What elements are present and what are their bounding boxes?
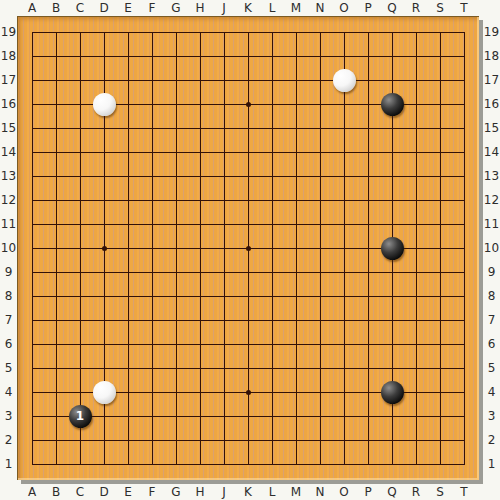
intersection-R19[interactable] — [404, 20, 428, 44]
intersection-R6[interactable] — [404, 332, 428, 356]
intersection-F3[interactable] — [140, 404, 164, 428]
intersection-J12[interactable] — [212, 188, 236, 212]
intersection-H3[interactable] — [188, 404, 212, 428]
intersection-P2[interactable] — [356, 428, 380, 452]
intersection-R14[interactable] — [404, 140, 428, 164]
intersection-N16[interactable] — [308, 92, 332, 116]
intersection-G16[interactable] — [164, 92, 188, 116]
intersection-Q18[interactable] — [380, 44, 404, 68]
intersection-T6[interactable] — [452, 332, 476, 356]
intersection-K6[interactable] — [236, 332, 260, 356]
intersection-K16[interactable] — [236, 92, 260, 116]
intersection-B5[interactable] — [44, 356, 68, 380]
intersection-N15[interactable] — [308, 116, 332, 140]
intersection-C8[interactable] — [68, 284, 92, 308]
intersection-S14[interactable] — [428, 140, 452, 164]
intersection-T7[interactable] — [452, 308, 476, 332]
intersection-L9[interactable] — [260, 260, 284, 284]
intersection-S10[interactable] — [428, 236, 452, 260]
intersection-B17[interactable] — [44, 68, 68, 92]
intersection-J10[interactable] — [212, 236, 236, 260]
intersection-C10[interactable] — [68, 236, 92, 260]
intersection-S15[interactable] — [428, 116, 452, 140]
intersection-E3[interactable] — [116, 404, 140, 428]
intersection-T14[interactable] — [452, 140, 476, 164]
intersection-L12[interactable] — [260, 188, 284, 212]
intersection-J16[interactable] — [212, 92, 236, 116]
intersection-B15[interactable] — [44, 116, 68, 140]
intersection-D1[interactable] — [92, 452, 116, 476]
intersection-S1[interactable] — [428, 452, 452, 476]
intersection-L1[interactable] — [260, 452, 284, 476]
intersection-E1[interactable] — [116, 452, 140, 476]
intersection-A11[interactable] — [20, 212, 44, 236]
intersection-Q10[interactable] — [380, 236, 404, 260]
intersection-N12[interactable] — [308, 188, 332, 212]
intersection-O3[interactable] — [332, 404, 356, 428]
intersection-J18[interactable] — [212, 44, 236, 68]
intersection-B13[interactable] — [44, 164, 68, 188]
intersection-P4[interactable] — [356, 380, 380, 404]
intersection-O12[interactable] — [332, 188, 356, 212]
intersection-R4[interactable] — [404, 380, 428, 404]
intersection-E18[interactable] — [116, 44, 140, 68]
intersection-P10[interactable] — [356, 236, 380, 260]
intersection-K13[interactable] — [236, 164, 260, 188]
intersection-O17[interactable] — [332, 68, 356, 92]
intersection-M5[interactable] — [284, 356, 308, 380]
intersection-M14[interactable] — [284, 140, 308, 164]
intersection-S13[interactable] — [428, 164, 452, 188]
intersection-K2[interactable] — [236, 428, 260, 452]
intersection-A2[interactable] — [20, 428, 44, 452]
intersection-P7[interactable] — [356, 308, 380, 332]
intersection-N4[interactable] — [308, 380, 332, 404]
intersection-O8[interactable] — [332, 284, 356, 308]
intersection-B6[interactable] — [44, 332, 68, 356]
intersection-C14[interactable] — [68, 140, 92, 164]
intersection-D14[interactable] — [92, 140, 116, 164]
intersection-S6[interactable] — [428, 332, 452, 356]
intersection-F4[interactable] — [140, 380, 164, 404]
intersection-B3[interactable] — [44, 404, 68, 428]
intersection-R13[interactable] — [404, 164, 428, 188]
intersection-C4[interactable] — [68, 380, 92, 404]
intersection-A18[interactable] — [20, 44, 44, 68]
intersection-K18[interactable] — [236, 44, 260, 68]
intersection-L6[interactable] — [260, 332, 284, 356]
intersection-F17[interactable] — [140, 68, 164, 92]
intersection-Q5[interactable] — [380, 356, 404, 380]
intersection-N9[interactable] — [308, 260, 332, 284]
intersection-H1[interactable] — [188, 452, 212, 476]
intersection-M7[interactable] — [284, 308, 308, 332]
intersection-N6[interactable] — [308, 332, 332, 356]
intersection-P6[interactable] — [356, 332, 380, 356]
intersection-B4[interactable] — [44, 380, 68, 404]
intersection-K10[interactable] — [236, 236, 260, 260]
intersection-R16[interactable] — [404, 92, 428, 116]
intersection-B1[interactable] — [44, 452, 68, 476]
intersection-K3[interactable] — [236, 404, 260, 428]
intersection-E9[interactable] — [116, 260, 140, 284]
intersection-C16[interactable] — [68, 92, 92, 116]
intersection-O1[interactable] — [332, 452, 356, 476]
intersection-N19[interactable] — [308, 20, 332, 44]
intersection-T10[interactable] — [452, 236, 476, 260]
intersection-K12[interactable] — [236, 188, 260, 212]
intersection-O16[interactable] — [332, 92, 356, 116]
intersection-O15[interactable] — [332, 116, 356, 140]
intersection-O6[interactable] — [332, 332, 356, 356]
intersection-P16[interactable] — [356, 92, 380, 116]
intersection-D12[interactable] — [92, 188, 116, 212]
intersection-G19[interactable] — [164, 20, 188, 44]
intersection-J19[interactable] — [212, 20, 236, 44]
intersection-P12[interactable] — [356, 188, 380, 212]
intersection-C18[interactable] — [68, 44, 92, 68]
intersection-O18[interactable] — [332, 44, 356, 68]
intersection-H19[interactable] — [188, 20, 212, 44]
intersection-T8[interactable] — [452, 284, 476, 308]
intersection-T4[interactable] — [452, 380, 476, 404]
intersection-K19[interactable] — [236, 20, 260, 44]
intersection-G13[interactable] — [164, 164, 188, 188]
intersection-Q6[interactable] — [380, 332, 404, 356]
intersection-B16[interactable] — [44, 92, 68, 116]
intersection-R8[interactable] — [404, 284, 428, 308]
intersection-P19[interactable] — [356, 20, 380, 44]
intersection-F2[interactable] — [140, 428, 164, 452]
intersection-C12[interactable] — [68, 188, 92, 212]
intersection-Q19[interactable] — [380, 20, 404, 44]
intersection-T2[interactable] — [452, 428, 476, 452]
intersection-P18[interactable] — [356, 44, 380, 68]
intersection-Q15[interactable] — [380, 116, 404, 140]
intersection-R5[interactable] — [404, 356, 428, 380]
intersection-K11[interactable] — [236, 212, 260, 236]
intersection-E19[interactable] — [116, 20, 140, 44]
intersection-D15[interactable] — [92, 116, 116, 140]
intersection-C6[interactable] — [68, 332, 92, 356]
intersection-R17[interactable] — [404, 68, 428, 92]
intersection-O7[interactable] — [332, 308, 356, 332]
intersection-G18[interactable] — [164, 44, 188, 68]
intersection-L8[interactable] — [260, 284, 284, 308]
intersection-J14[interactable] — [212, 140, 236, 164]
intersection-Q9[interactable] — [380, 260, 404, 284]
intersection-B8[interactable] — [44, 284, 68, 308]
intersection-L4[interactable] — [260, 380, 284, 404]
intersection-Q1[interactable] — [380, 452, 404, 476]
intersection-H5[interactable] — [188, 356, 212, 380]
intersection-O14[interactable] — [332, 140, 356, 164]
intersection-B10[interactable] — [44, 236, 68, 260]
intersection-K15[interactable] — [236, 116, 260, 140]
intersection-G15[interactable] — [164, 116, 188, 140]
intersection-T11[interactable] — [452, 212, 476, 236]
intersection-F6[interactable] — [140, 332, 164, 356]
intersection-M18[interactable] — [284, 44, 308, 68]
intersection-D2[interactable] — [92, 428, 116, 452]
intersection-S8[interactable] — [428, 284, 452, 308]
intersection-H14[interactable] — [188, 140, 212, 164]
intersection-T1[interactable] — [452, 452, 476, 476]
intersection-M11[interactable] — [284, 212, 308, 236]
intersection-D8[interactable] — [92, 284, 116, 308]
intersection-F13[interactable] — [140, 164, 164, 188]
intersection-C19[interactable] — [68, 20, 92, 44]
intersection-J13[interactable] — [212, 164, 236, 188]
intersection-A19[interactable] — [20, 20, 44, 44]
intersection-F14[interactable] — [140, 140, 164, 164]
intersection-K7[interactable] — [236, 308, 260, 332]
intersection-H2[interactable] — [188, 428, 212, 452]
intersection-Q14[interactable] — [380, 140, 404, 164]
intersection-D17[interactable] — [92, 68, 116, 92]
intersection-F18[interactable] — [140, 44, 164, 68]
intersection-A15[interactable] — [20, 116, 44, 140]
intersection-E8[interactable] — [116, 284, 140, 308]
intersection-L16[interactable] — [260, 92, 284, 116]
intersection-N14[interactable] — [308, 140, 332, 164]
intersection-K5[interactable] — [236, 356, 260, 380]
intersection-Q8[interactable] — [380, 284, 404, 308]
intersection-R7[interactable] — [404, 308, 428, 332]
intersection-K8[interactable] — [236, 284, 260, 308]
intersection-F5[interactable] — [140, 356, 164, 380]
intersection-O5[interactable] — [332, 356, 356, 380]
intersection-M10[interactable] — [284, 236, 308, 260]
intersection-A5[interactable] — [20, 356, 44, 380]
intersection-B12[interactable] — [44, 188, 68, 212]
intersection-G3[interactable] — [164, 404, 188, 428]
intersection-L15[interactable] — [260, 116, 284, 140]
intersection-N10[interactable] — [308, 236, 332, 260]
intersection-C9[interactable] — [68, 260, 92, 284]
intersection-A13[interactable] — [20, 164, 44, 188]
intersection-A6[interactable] — [20, 332, 44, 356]
intersection-L2[interactable] — [260, 428, 284, 452]
intersection-S7[interactable] — [428, 308, 452, 332]
intersection-J4[interactable] — [212, 380, 236, 404]
intersection-O19[interactable] — [332, 20, 356, 44]
intersection-S3[interactable] — [428, 404, 452, 428]
intersection-N5[interactable] — [308, 356, 332, 380]
intersection-Q7[interactable] — [380, 308, 404, 332]
intersection-H16[interactable] — [188, 92, 212, 116]
intersection-B14[interactable] — [44, 140, 68, 164]
intersection-G1[interactable] — [164, 452, 188, 476]
intersection-E2[interactable] — [116, 428, 140, 452]
intersection-Q16[interactable] — [380, 92, 404, 116]
intersection-S12[interactable] — [428, 188, 452, 212]
intersection-K17[interactable] — [236, 68, 260, 92]
intersection-C2[interactable] — [68, 428, 92, 452]
intersection-O11[interactable] — [332, 212, 356, 236]
intersection-E17[interactable] — [116, 68, 140, 92]
intersection-G12[interactable] — [164, 188, 188, 212]
intersection-F12[interactable] — [140, 188, 164, 212]
intersection-M6[interactable] — [284, 332, 308, 356]
intersection-K14[interactable] — [236, 140, 260, 164]
intersection-M17[interactable] — [284, 68, 308, 92]
intersection-L13[interactable] — [260, 164, 284, 188]
intersection-G11[interactable] — [164, 212, 188, 236]
intersection-H15[interactable] — [188, 116, 212, 140]
intersection-C15[interactable] — [68, 116, 92, 140]
intersection-Q3[interactable] — [380, 404, 404, 428]
intersection-L10[interactable] — [260, 236, 284, 260]
intersection-N7[interactable] — [308, 308, 332, 332]
intersection-T13[interactable] — [452, 164, 476, 188]
intersection-A17[interactable] — [20, 68, 44, 92]
intersection-O9[interactable] — [332, 260, 356, 284]
intersection-P8[interactable] — [356, 284, 380, 308]
intersection-F8[interactable] — [140, 284, 164, 308]
intersection-N11[interactable] — [308, 212, 332, 236]
intersection-P14[interactable] — [356, 140, 380, 164]
intersection-Q13[interactable] — [380, 164, 404, 188]
intersection-T16[interactable] — [452, 92, 476, 116]
intersection-H11[interactable] — [188, 212, 212, 236]
intersection-L5[interactable] — [260, 356, 284, 380]
intersection-A10[interactable] — [20, 236, 44, 260]
intersection-K9[interactable] — [236, 260, 260, 284]
intersection-T3[interactable] — [452, 404, 476, 428]
intersection-L18[interactable] — [260, 44, 284, 68]
intersection-R18[interactable] — [404, 44, 428, 68]
intersection-S5[interactable] — [428, 356, 452, 380]
intersection-P5[interactable] — [356, 356, 380, 380]
intersection-S11[interactable] — [428, 212, 452, 236]
intersection-F16[interactable] — [140, 92, 164, 116]
intersection-S9[interactable] — [428, 260, 452, 284]
intersection-S4[interactable] — [428, 380, 452, 404]
intersection-A14[interactable] — [20, 140, 44, 164]
intersection-E12[interactable] — [116, 188, 140, 212]
intersection-T15[interactable] — [452, 116, 476, 140]
intersection-A3[interactable] — [20, 404, 44, 428]
intersection-A12[interactable] — [20, 188, 44, 212]
intersection-Q17[interactable] — [380, 68, 404, 92]
intersection-B9[interactable] — [44, 260, 68, 284]
intersection-D3[interactable] — [92, 404, 116, 428]
intersection-R2[interactable] — [404, 428, 428, 452]
intersection-H18[interactable] — [188, 44, 212, 68]
intersection-P17[interactable] — [356, 68, 380, 92]
intersection-D19[interactable] — [92, 20, 116, 44]
intersection-T9[interactable] — [452, 260, 476, 284]
intersection-M16[interactable] — [284, 92, 308, 116]
intersection-G4[interactable] — [164, 380, 188, 404]
intersection-P9[interactable] — [356, 260, 380, 284]
intersection-S19[interactable] — [428, 20, 452, 44]
intersection-B18[interactable] — [44, 44, 68, 68]
intersection-J7[interactable] — [212, 308, 236, 332]
intersection-L11[interactable] — [260, 212, 284, 236]
intersection-E16[interactable] — [116, 92, 140, 116]
intersection-R15[interactable] — [404, 116, 428, 140]
intersection-M12[interactable] — [284, 188, 308, 212]
intersection-N3[interactable] — [308, 404, 332, 428]
intersection-M1[interactable] — [284, 452, 308, 476]
intersection-E10[interactable] — [116, 236, 140, 260]
intersection-J6[interactable] — [212, 332, 236, 356]
intersection-P3[interactable] — [356, 404, 380, 428]
intersection-R9[interactable] — [404, 260, 428, 284]
intersection-J3[interactable] — [212, 404, 236, 428]
intersection-S17[interactable] — [428, 68, 452, 92]
intersection-J9[interactable] — [212, 260, 236, 284]
intersection-B11[interactable] — [44, 212, 68, 236]
intersection-D5[interactable] — [92, 356, 116, 380]
intersection-C17[interactable] — [68, 68, 92, 92]
intersection-D11[interactable] — [92, 212, 116, 236]
intersection-F11[interactable] — [140, 212, 164, 236]
intersection-Q4[interactable] — [380, 380, 404, 404]
intersection-H12[interactable] — [188, 188, 212, 212]
intersection-D13[interactable] — [92, 164, 116, 188]
intersection-G2[interactable] — [164, 428, 188, 452]
intersection-G9[interactable] — [164, 260, 188, 284]
intersection-E15[interactable] — [116, 116, 140, 140]
intersection-N1[interactable] — [308, 452, 332, 476]
intersection-C3[interactable]: 1 — [68, 404, 92, 428]
intersection-H9[interactable] — [188, 260, 212, 284]
intersection-F1[interactable] — [140, 452, 164, 476]
intersection-D16[interactable] — [92, 92, 116, 116]
intersection-H10[interactable] — [188, 236, 212, 260]
intersection-L7[interactable] — [260, 308, 284, 332]
intersection-E11[interactable] — [116, 212, 140, 236]
intersection-M19[interactable] — [284, 20, 308, 44]
intersection-C11[interactable] — [68, 212, 92, 236]
intersection-G8[interactable] — [164, 284, 188, 308]
intersection-N2[interactable] — [308, 428, 332, 452]
intersection-H4[interactable] — [188, 380, 212, 404]
intersection-A9[interactable] — [20, 260, 44, 284]
intersection-G14[interactable] — [164, 140, 188, 164]
intersection-N18[interactable] — [308, 44, 332, 68]
intersection-P1[interactable] — [356, 452, 380, 476]
intersection-K4[interactable] — [236, 380, 260, 404]
intersection-J5[interactable] — [212, 356, 236, 380]
intersection-A4[interactable] — [20, 380, 44, 404]
intersection-D4[interactable] — [92, 380, 116, 404]
intersection-C5[interactable] — [68, 356, 92, 380]
intersection-A16[interactable] — [20, 92, 44, 116]
intersection-T19[interactable] — [452, 20, 476, 44]
intersection-J15[interactable] — [212, 116, 236, 140]
intersection-S16[interactable] — [428, 92, 452, 116]
intersection-O4[interactable] — [332, 380, 356, 404]
intersection-R11[interactable] — [404, 212, 428, 236]
intersection-M8[interactable] — [284, 284, 308, 308]
intersection-F7[interactable] — [140, 308, 164, 332]
intersection-G5[interactable] — [164, 356, 188, 380]
intersection-F19[interactable] — [140, 20, 164, 44]
intersection-J17[interactable] — [212, 68, 236, 92]
intersection-L17[interactable] — [260, 68, 284, 92]
intersection-L19[interactable] — [260, 20, 284, 44]
intersection-F15[interactable] — [140, 116, 164, 140]
intersection-C13[interactable] — [68, 164, 92, 188]
intersection-E5[interactable] — [116, 356, 140, 380]
intersection-G17[interactable] — [164, 68, 188, 92]
intersection-P15[interactable] — [356, 116, 380, 140]
intersection-R10[interactable] — [404, 236, 428, 260]
